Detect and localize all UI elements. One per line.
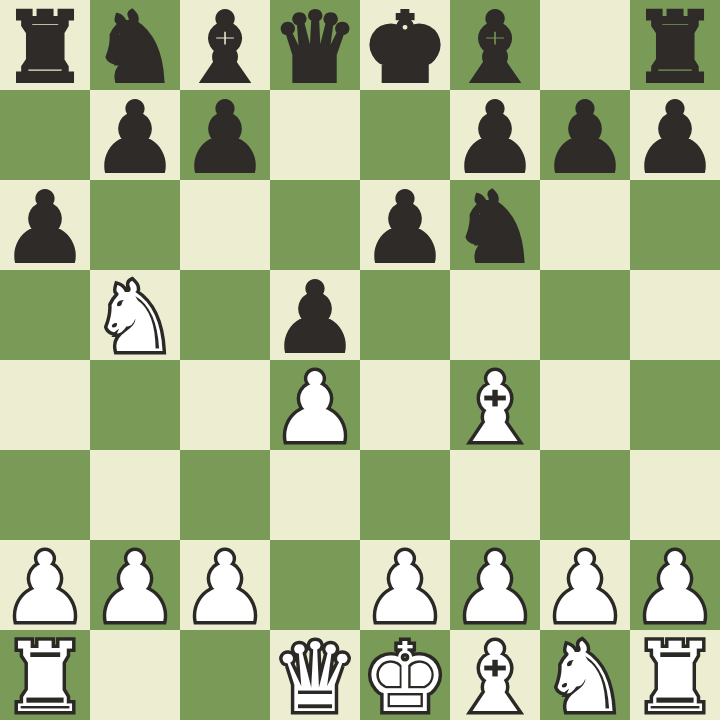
piece-glyph-fill: ♞ xyxy=(90,0,180,90)
square-g3[interactable] xyxy=(540,450,630,540)
piece-glyph-fill: ♟ xyxy=(540,540,630,630)
square-e1[interactable]: ♚♚ xyxy=(360,630,450,720)
square-f5[interactable] xyxy=(450,270,540,360)
square-a6[interactable]: ♟♟ xyxy=(0,180,90,270)
square-e5[interactable] xyxy=(360,270,450,360)
square-b4[interactable] xyxy=(90,360,180,450)
piece-glyph-fill: ♟ xyxy=(0,180,90,270)
chess-board-container: ♜♜♞♞♝♝♛♛♚♚♝♝♜♜♟♟♟♟♟♟♟♟♟♟♟♟♟♟♞♞♞♞♟♟♟♟♝♝♟♟… xyxy=(0,0,720,720)
square-e8[interactable]: ♚♚ xyxy=(360,0,450,90)
square-d5[interactable]: ♟♟ xyxy=(270,270,360,360)
white-knight[interactable]: ♞♞ xyxy=(540,630,630,720)
piece-glyph-fill: ♟ xyxy=(270,270,360,360)
square-g2[interactable]: ♟♟ xyxy=(540,540,630,630)
piece-glyph-fill: ♚ xyxy=(360,630,450,720)
square-f2[interactable]: ♟♟ xyxy=(450,540,540,630)
square-d3[interactable] xyxy=(270,450,360,540)
piece-glyph-fill: ♜ xyxy=(630,0,720,90)
white-pawn[interactable]: ♟♟ xyxy=(450,540,540,630)
square-b3[interactable] xyxy=(90,450,180,540)
square-f1[interactable]: ♝♝ xyxy=(450,630,540,720)
square-f3[interactable] xyxy=(450,450,540,540)
piece-glyph-fill: ♚ xyxy=(360,0,450,90)
piece-glyph-fill: ♞ xyxy=(450,180,540,270)
square-b8[interactable]: ♞♞ xyxy=(90,0,180,90)
square-f4[interactable]: ♝♝ xyxy=(450,360,540,450)
black-bishop[interactable]: ♝♝ xyxy=(180,0,270,90)
white-pawn[interactable]: ♟♟ xyxy=(270,360,360,450)
square-c4[interactable] xyxy=(180,360,270,450)
piece-glyph-fill: ♝ xyxy=(180,0,270,90)
black-knight[interactable]: ♞♞ xyxy=(450,180,540,270)
square-g7[interactable]: ♟♟ xyxy=(540,90,630,180)
square-b2[interactable]: ♟♟ xyxy=(90,540,180,630)
piece-glyph-fill: ♟ xyxy=(90,540,180,630)
square-d2[interactable] xyxy=(270,540,360,630)
square-h2[interactable]: ♟♟ xyxy=(630,540,720,630)
square-d6[interactable] xyxy=(270,180,360,270)
white-pawn[interactable]: ♟♟ xyxy=(630,540,720,630)
square-b7[interactable]: ♟♟ xyxy=(90,90,180,180)
square-h1[interactable]: ♜♜ xyxy=(630,630,720,720)
square-c1[interactable] xyxy=(180,630,270,720)
white-pawn[interactable]: ♟♟ xyxy=(360,540,450,630)
black-pawn[interactable]: ♟♟ xyxy=(360,180,450,270)
square-a2[interactable]: ♟♟ xyxy=(0,540,90,630)
white-knight[interactable]: ♞♞ xyxy=(90,270,180,360)
piece-glyph-fill: ♛ xyxy=(270,0,360,90)
square-c2[interactable]: ♟♟ xyxy=(180,540,270,630)
black-rook[interactable]: ♜♜ xyxy=(0,0,90,90)
white-queen[interactable]: ♛♛ xyxy=(270,630,360,720)
square-g5[interactable] xyxy=(540,270,630,360)
piece-glyph-fill: ♜ xyxy=(0,0,90,90)
piece-glyph-fill: ♜ xyxy=(630,630,720,720)
white-pawn[interactable]: ♟♟ xyxy=(180,540,270,630)
square-c7[interactable]: ♟♟ xyxy=(180,90,270,180)
white-pawn[interactable]: ♟♟ xyxy=(0,540,90,630)
square-f8[interactable]: ♝♝ xyxy=(450,0,540,90)
black-pawn[interactable]: ♟♟ xyxy=(180,90,270,180)
square-c3[interactable] xyxy=(180,450,270,540)
white-rook[interactable]: ♜♜ xyxy=(630,630,720,720)
black-king[interactable]: ♚♚ xyxy=(360,0,450,90)
square-f7[interactable]: ♟♟ xyxy=(450,90,540,180)
square-e2[interactable]: ♟♟ xyxy=(360,540,450,630)
piece-glyph-fill: ♟ xyxy=(360,180,450,270)
square-b5[interactable]: ♞♞ xyxy=(90,270,180,360)
square-e6[interactable]: ♟♟ xyxy=(360,180,450,270)
square-c5[interactable] xyxy=(180,270,270,360)
square-c6[interactable] xyxy=(180,180,270,270)
square-h6[interactable] xyxy=(630,180,720,270)
piece-glyph-fill: ♟ xyxy=(360,540,450,630)
piece-glyph-fill: ♝ xyxy=(450,360,540,450)
square-d1[interactable]: ♛♛ xyxy=(270,630,360,720)
square-e3[interactable] xyxy=(360,450,450,540)
square-e7[interactable] xyxy=(360,90,450,180)
square-b6[interactable] xyxy=(90,180,180,270)
piece-glyph-fill: ♟ xyxy=(0,540,90,630)
black-bishop[interactable]: ♝♝ xyxy=(450,0,540,90)
piece-glyph-fill: ♞ xyxy=(540,630,630,720)
black-rook[interactable]: ♜♜ xyxy=(630,0,720,90)
chess-board: ♜♜♞♞♝♝♛♛♚♚♝♝♜♜♟♟♟♟♟♟♟♟♟♟♟♟♟♟♞♞♞♞♟♟♟♟♝♝♟♟… xyxy=(0,0,720,720)
piece-glyph-fill: ♝ xyxy=(450,630,540,720)
black-pawn[interactable]: ♟♟ xyxy=(90,90,180,180)
square-a8[interactable]: ♜♜ xyxy=(0,0,90,90)
square-a4[interactable] xyxy=(0,360,90,450)
square-g4[interactable] xyxy=(540,360,630,450)
square-f6[interactable]: ♞♞ xyxy=(450,180,540,270)
black-pawn[interactable]: ♟♟ xyxy=(0,180,90,270)
black-pawn[interactable]: ♟♟ xyxy=(450,90,540,180)
piece-glyph-fill: ♟ xyxy=(180,540,270,630)
white-rook[interactable]: ♜♜ xyxy=(0,630,90,720)
square-c8[interactable]: ♝♝ xyxy=(180,0,270,90)
white-bishop[interactable]: ♝♝ xyxy=(450,630,540,720)
square-b1[interactable] xyxy=(90,630,180,720)
square-g8[interactable] xyxy=(540,0,630,90)
black-pawn[interactable]: ♟♟ xyxy=(270,270,360,360)
piece-glyph-fill: ♟ xyxy=(630,90,720,180)
square-g1[interactable]: ♞♞ xyxy=(540,630,630,720)
square-h8[interactable]: ♜♜ xyxy=(630,0,720,90)
piece-glyph-fill: ♟ xyxy=(630,540,720,630)
square-d4[interactable]: ♟♟ xyxy=(270,360,360,450)
piece-glyph-fill: ♟ xyxy=(450,90,540,180)
black-knight[interactable]: ♞♞ xyxy=(90,0,180,90)
square-h4[interactable] xyxy=(630,360,720,450)
square-h3[interactable] xyxy=(630,450,720,540)
square-g6[interactable] xyxy=(540,180,630,270)
piece-glyph-fill: ♟ xyxy=(270,360,360,450)
square-d8[interactable]: ♛♛ xyxy=(270,0,360,90)
piece-glyph-fill: ♛ xyxy=(270,630,360,720)
piece-glyph-fill: ♟ xyxy=(540,90,630,180)
white-pawn[interactable]: ♟♟ xyxy=(90,540,180,630)
white-pawn[interactable]: ♟♟ xyxy=(540,540,630,630)
square-h5[interactable] xyxy=(630,270,720,360)
piece-glyph-fill: ♟ xyxy=(450,540,540,630)
white-bishop[interactable]: ♝♝ xyxy=(450,360,540,450)
piece-glyph-fill: ♜ xyxy=(0,630,90,720)
white-king[interactable]: ♚♚ xyxy=(360,630,450,720)
square-a1[interactable]: ♜♜ xyxy=(0,630,90,720)
square-h7[interactable]: ♟♟ xyxy=(630,90,720,180)
square-a7[interactable] xyxy=(0,90,90,180)
black-pawn[interactable]: ♟♟ xyxy=(630,90,720,180)
black-queen[interactable]: ♛♛ xyxy=(270,0,360,90)
piece-glyph-fill: ♟ xyxy=(90,90,180,180)
piece-glyph-fill: ♞ xyxy=(90,270,180,360)
square-d7[interactable] xyxy=(270,90,360,180)
square-a5[interactable] xyxy=(0,270,90,360)
piece-glyph-fill: ♝ xyxy=(450,0,540,90)
piece-glyph-fill: ♟ xyxy=(180,90,270,180)
square-e4[interactable] xyxy=(360,360,450,450)
black-pawn[interactable]: ♟♟ xyxy=(540,90,630,180)
square-a3[interactable] xyxy=(0,450,90,540)
